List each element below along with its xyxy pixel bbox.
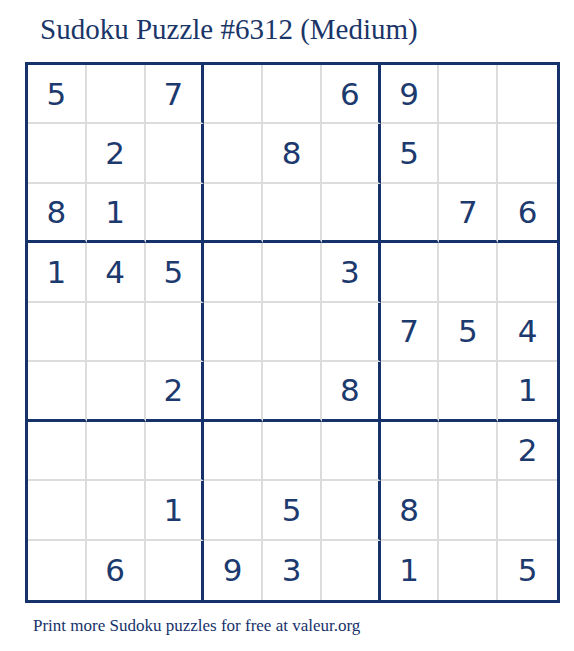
cell-r7c5[interactable] <box>263 422 322 481</box>
cell-r5c6[interactable] <box>322 303 381 362</box>
cell-r4c9[interactable] <box>498 243 557 302</box>
cell-r9c5[interactable]: 3 <box>263 541 322 600</box>
cell-r4c8[interactable] <box>439 243 498 302</box>
cell-r4c2[interactable]: 4 <box>87 243 146 302</box>
cell-r3c1[interactable]: 8 <box>28 184 87 243</box>
cell-r7c7[interactable] <box>381 422 440 481</box>
cell-r6c3[interactable]: 2 <box>146 362 205 421</box>
cell-r5c9[interactable]: 4 <box>498 303 557 362</box>
cell-r9c6[interactable] <box>322 541 381 600</box>
cell-r3c2[interactable]: 1 <box>87 184 146 243</box>
cell-r8c8[interactable] <box>439 481 498 540</box>
cell-r7c4[interactable] <box>204 422 263 481</box>
sudoku-page: Sudoku Puzzle #6312 (Medium) 57692858176… <box>0 0 574 651</box>
cell-r3c7[interactable] <box>381 184 440 243</box>
cell-r2c6[interactable] <box>322 124 381 183</box>
cell-r1c1[interactable]: 5 <box>28 65 87 124</box>
cell-r8c4[interactable] <box>204 481 263 540</box>
cell-r7c2[interactable] <box>87 422 146 481</box>
cell-r7c9[interactable]: 2 <box>498 422 557 481</box>
cell-r5c5[interactable] <box>263 303 322 362</box>
cell-r6c9[interactable]: 1 <box>498 362 557 421</box>
footer-text: Print more Sudoku puzzles for free at va… <box>33 616 360 636</box>
cell-r3c4[interactable] <box>204 184 263 243</box>
cell-r4c7[interactable] <box>381 243 440 302</box>
cell-r9c8[interactable] <box>439 541 498 600</box>
cell-r2c2[interactable]: 2 <box>87 124 146 183</box>
cell-r4c3[interactable]: 5 <box>146 243 205 302</box>
cell-r3c3[interactable] <box>146 184 205 243</box>
cell-r3c8[interactable]: 7 <box>439 184 498 243</box>
cell-r1c8[interactable] <box>439 65 498 124</box>
cell-r2c7[interactable]: 5 <box>381 124 440 183</box>
cell-r8c1[interactable] <box>28 481 87 540</box>
cell-r1c3[interactable]: 7 <box>146 65 205 124</box>
cell-r5c2[interactable] <box>87 303 146 362</box>
cell-r8c9[interactable] <box>498 481 557 540</box>
cell-r6c8[interactable] <box>439 362 498 421</box>
cell-r3c6[interactable] <box>322 184 381 243</box>
cell-r8c6[interactable] <box>322 481 381 540</box>
cell-r6c1[interactable] <box>28 362 87 421</box>
cell-r5c4[interactable] <box>204 303 263 362</box>
cell-r1c4[interactable] <box>204 65 263 124</box>
cell-r2c8[interactable] <box>439 124 498 183</box>
cell-r7c3[interactable] <box>146 422 205 481</box>
cell-r4c1[interactable]: 1 <box>28 243 87 302</box>
cell-r5c7[interactable]: 7 <box>381 303 440 362</box>
cell-r9c7[interactable]: 1 <box>381 541 440 600</box>
cell-r4c5[interactable] <box>263 243 322 302</box>
cell-r2c5[interactable]: 8 <box>263 124 322 183</box>
cell-r5c1[interactable] <box>28 303 87 362</box>
cell-r8c5[interactable]: 5 <box>263 481 322 540</box>
cell-r9c1[interactable] <box>28 541 87 600</box>
cell-r1c6[interactable]: 6 <box>322 65 381 124</box>
cell-r8c3[interactable]: 1 <box>146 481 205 540</box>
cell-r6c5[interactable] <box>263 362 322 421</box>
cell-r1c9[interactable] <box>498 65 557 124</box>
sudoku-grid: 576928581761453754281215869315 <box>25 62 560 603</box>
cell-r2c3[interactable] <box>146 124 205 183</box>
cell-r9c2[interactable]: 6 <box>87 541 146 600</box>
cell-r5c8[interactable]: 5 <box>439 303 498 362</box>
cell-r8c2[interactable] <box>87 481 146 540</box>
cell-r6c2[interactable] <box>87 362 146 421</box>
cell-r4c6[interactable]: 3 <box>322 243 381 302</box>
cell-r8c7[interactable]: 8 <box>381 481 440 540</box>
cell-r6c4[interactable] <box>204 362 263 421</box>
cell-r6c7[interactable] <box>381 362 440 421</box>
cell-r9c9[interactable]: 5 <box>498 541 557 600</box>
cell-r1c2[interactable] <box>87 65 146 124</box>
cell-r2c9[interactable] <box>498 124 557 183</box>
cell-r7c6[interactable] <box>322 422 381 481</box>
cell-r9c4[interactable]: 9 <box>204 541 263 600</box>
cell-r2c4[interactable] <box>204 124 263 183</box>
cell-r3c9[interactable]: 6 <box>498 184 557 243</box>
page-title: Sudoku Puzzle #6312 (Medium) <box>40 13 418 46</box>
cell-r2c1[interactable] <box>28 124 87 183</box>
cell-r7c8[interactable] <box>439 422 498 481</box>
cell-r6c6[interactable]: 8 <box>322 362 381 421</box>
cell-r4c4[interactable] <box>204 243 263 302</box>
cell-r1c5[interactable] <box>263 65 322 124</box>
cell-r3c5[interactable] <box>263 184 322 243</box>
cell-r1c7[interactable]: 9 <box>381 65 440 124</box>
cell-r5c3[interactable] <box>146 303 205 362</box>
cell-r7c1[interactable] <box>28 422 87 481</box>
cell-r9c3[interactable] <box>146 541 205 600</box>
